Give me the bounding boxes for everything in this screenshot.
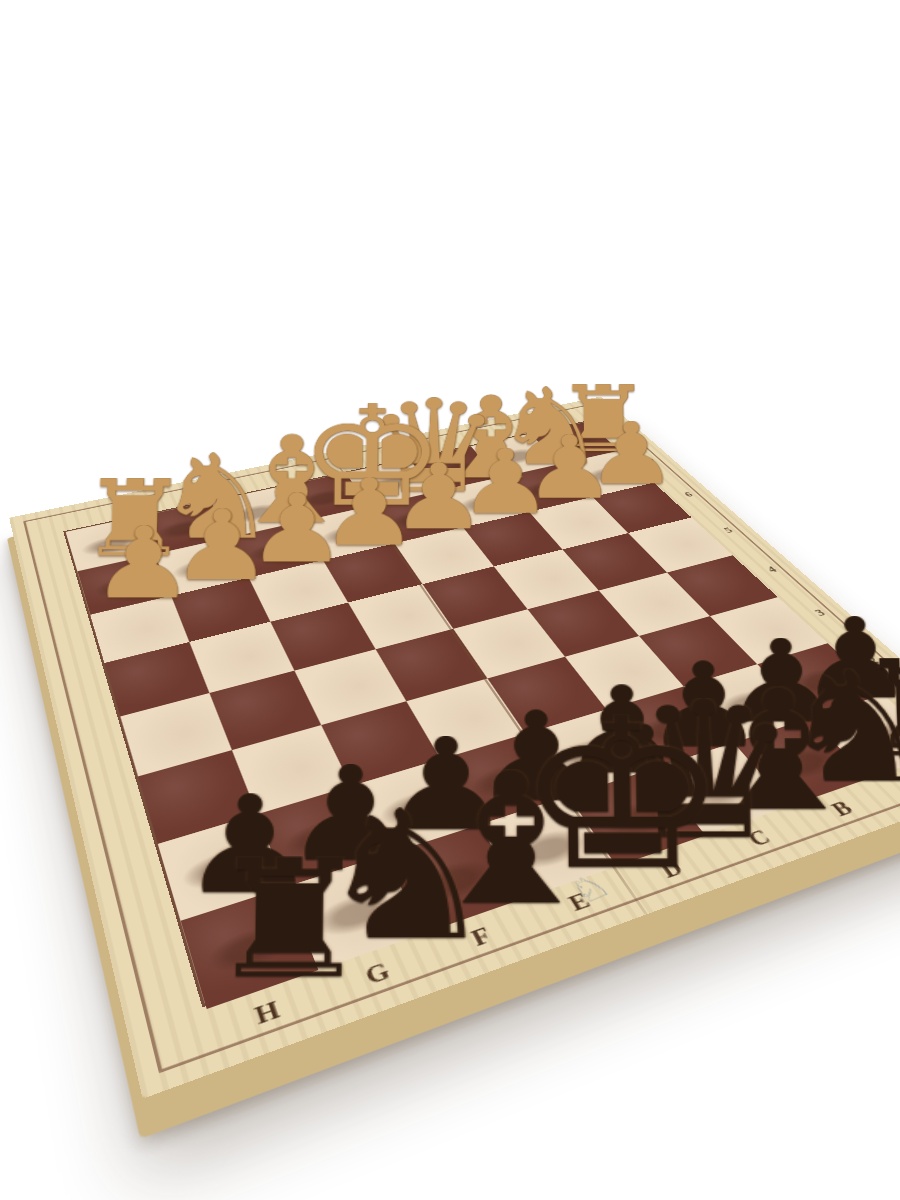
file-label-f: F	[467, 921, 497, 952]
piece-shadow	[170, 553, 235, 583]
piece-shadow	[453, 491, 514, 516]
piece-shadow	[203, 919, 297, 981]
piece-shadow	[79, 531, 142, 559]
piece-shadow	[374, 785, 458, 834]
wooden-chessboard: ♜♞♝♚♛♝♞♜♟♟♟♟♟♟♟♟♟♟♟♟♟♟♟♟♜♞♝♚♛♝♞♜ HGFEDCB…	[9, 396, 900, 1098]
file-label-b: B	[826, 796, 860, 822]
piece-shadow	[632, 708, 711, 750]
piece-shadow	[579, 463, 638, 487]
brand-stamp-icon: ♘	[563, 867, 617, 910]
piece-shadow	[154, 516, 216, 543]
chessboard-scene: ♜♞♝♚♛♝♞♜♟♟♟♟♟♟♟♟♟♟♟♟♟♟♟♟♜♞♝♚♛♝♞♜ HGFEDCB…	[0, 0, 900, 1200]
rank-label-8: 8	[613, 428, 625, 436]
piece-shadow	[279, 813, 365, 864]
file-label-d: D	[655, 855, 689, 884]
piece-shadow	[226, 500, 287, 526]
file-label-c: C	[743, 825, 777, 852]
square-h8: ♜	[181, 887, 319, 1009]
piece-shadow	[839, 717, 900, 760]
piece-shadow	[710, 685, 788, 725]
piece-shadow	[295, 486, 355, 511]
piece-shadow	[548, 433, 605, 455]
piece-shadow	[386, 506, 448, 532]
rank-label-6: 6	[682, 490, 696, 499]
piece-white-bishop: ♝	[431, 394, 500, 482]
file-label-h: H	[251, 995, 285, 1032]
piece-shadow	[245, 537, 309, 565]
piece-shadow	[309, 885, 401, 944]
rank-label-4: 4	[764, 564, 780, 575]
piece-shadow	[681, 767, 765, 814]
rank-label-3: 3	[811, 607, 829, 619]
piece-shadow	[762, 741, 845, 786]
piece-shadow	[362, 472, 421, 496]
rank-label-2: 2	[864, 654, 883, 667]
piece-shadow	[550, 733, 631, 777]
piece-shadow	[410, 853, 500, 908]
chess-set-product-photo: { "game": "chess", "scene": { "type": "w…	[0, 0, 900, 1200]
piece-shadow	[426, 459, 484, 482]
board-squares: ♜♞♝♚♛♝♞♜♟♟♟♟♟♟♟♟♟♟♟♟♟♟♟♟♜♞♝♚♛♝♞♜	[63, 421, 900, 1007]
piece-shadow	[517, 477, 577, 501]
piece-shadow	[464, 758, 547, 804]
file-label-g: G	[361, 957, 395, 992]
piece-shadow	[488, 446, 546, 468]
piece-shadow	[784, 663, 860, 701]
piece-shadow	[505, 823, 593, 875]
piece-shadow	[91, 570, 157, 601]
rank-label-5: 5	[721, 525, 736, 535]
piece-shadow	[595, 795, 681, 845]
piece-shadow	[317, 521, 380, 548]
rank-label-7: 7	[646, 457, 659, 465]
piece-shadow	[178, 842, 266, 896]
